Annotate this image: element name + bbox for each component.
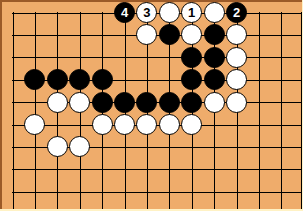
stone-black: [204, 24, 225, 45]
stone-black: [136, 92, 157, 113]
board-frame-left: [0, 0, 2, 211]
stone-black: [47, 69, 68, 90]
stone-white: [226, 47, 247, 68]
stone-white-move-1: 1: [181, 2, 202, 23]
stone-black-move-4: 4: [114, 2, 135, 23]
stone-black: [92, 92, 113, 113]
board-frame-right: [302, 0, 303, 211]
stone-white: [92, 114, 113, 135]
stone-white: [69, 92, 90, 113]
stone-black: [181, 69, 202, 90]
stone-white: [181, 114, 202, 135]
grid-line-v-12: [259, 12, 260, 209]
stone-black: [114, 92, 135, 113]
stone-black: [181, 47, 202, 68]
stone-white: [24, 114, 45, 135]
stone-black: [159, 24, 180, 45]
stone-white: [114, 114, 135, 135]
stone-black: [181, 92, 202, 113]
go-board: 4312: [0, 0, 303, 211]
stone-white: [47, 92, 68, 113]
stone-white: [159, 114, 180, 135]
stone-black: [204, 47, 225, 68]
stone-white: [226, 24, 247, 45]
stone-black: [92, 69, 113, 90]
grid-line-v-13: [281, 12, 282, 209]
stone-white: [159, 2, 180, 23]
stone-white: [226, 69, 247, 90]
stone-white: [136, 24, 157, 45]
stone-white: [181, 24, 202, 45]
stone-white-move-3: 3: [136, 2, 157, 23]
stone-white: [136, 114, 157, 135]
stone-black: [204, 69, 225, 90]
board-frame-bottom: [0, 209, 303, 211]
grid-line-v-1: [13, 12, 14, 209]
stone-black-move-2: 2: [226, 2, 247, 23]
stone-black: [159, 92, 180, 113]
stone-white: [204, 2, 225, 23]
grid-line-v-2: [35, 12, 36, 209]
board-frame-top: [0, 0, 303, 2]
stone-black: [24, 69, 45, 90]
stone-black: [69, 69, 90, 90]
stone-white: [204, 92, 225, 113]
stone-white: [47, 136, 68, 157]
stone-white: [69, 136, 90, 157]
stone-white: [226, 92, 247, 113]
